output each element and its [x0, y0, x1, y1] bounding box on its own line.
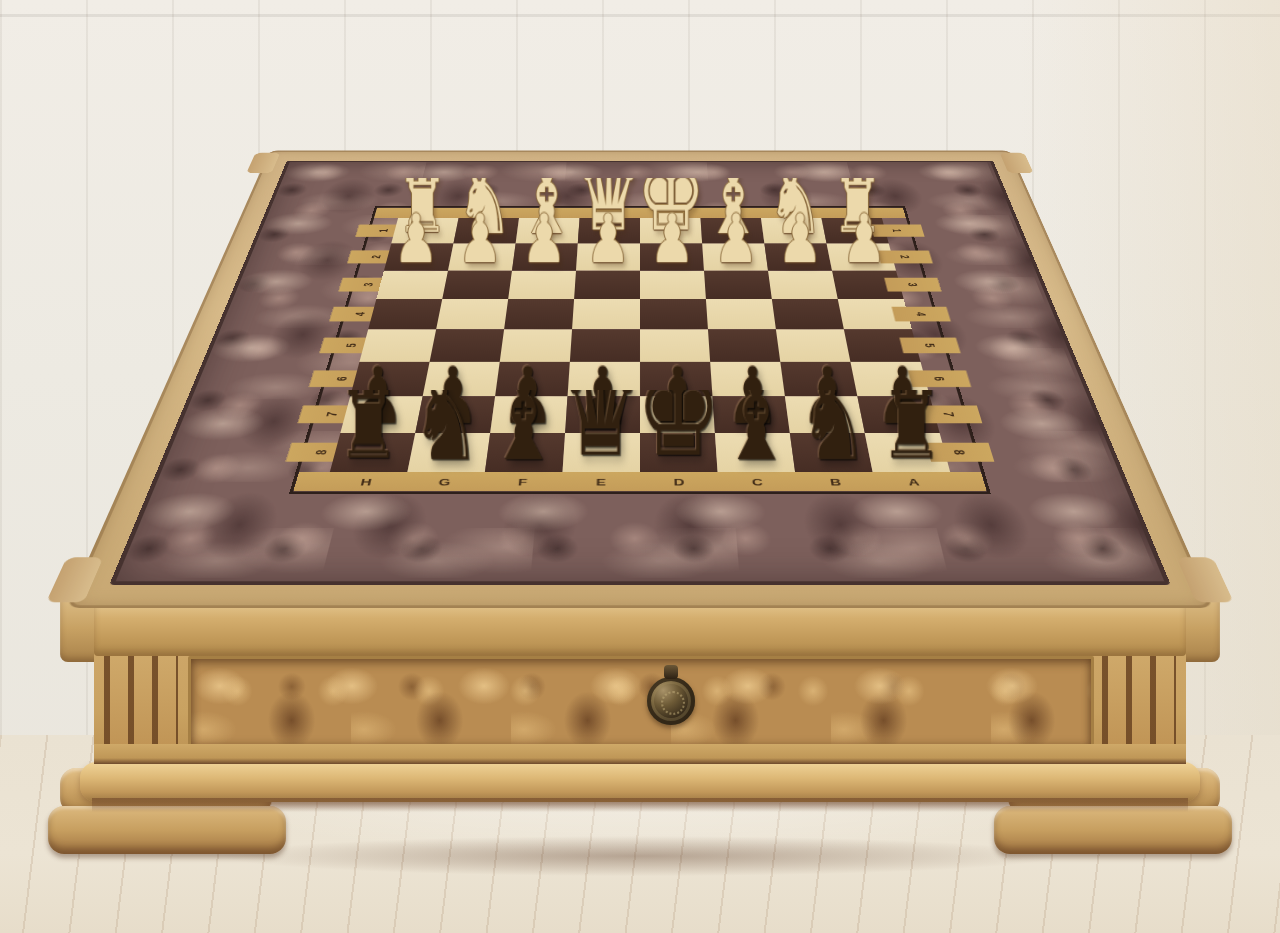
square-b4 — [772, 299, 844, 329]
square-f4 — [504, 299, 574, 329]
square-g2: ♟ — [448, 244, 516, 271]
black-queen-e8: ♛ — [564, 390, 638, 472]
left-pilaster — [104, 654, 178, 750]
board-with-coordinates: 1♜♞♝♛♚♝♞♜12♟♟♟♟♟♟♟♟2334455667♟♟♟♟♟♟♟♟78♜… — [293, 208, 986, 492]
square-e8: ♛ — [562, 433, 640, 472]
file-label-g: G — [403, 472, 484, 491]
file-label-c: C — [718, 472, 798, 491]
square-a4 — [838, 299, 912, 329]
square-a3 — [832, 271, 904, 300]
file-label-e: E — [561, 472, 640, 491]
black-rook-h8: ♜ — [332, 390, 406, 472]
square-b2: ♟ — [764, 244, 832, 271]
square-d3 — [640, 271, 706, 300]
coordinate-strip — [950, 472, 986, 491]
base-moulding — [80, 762, 1200, 802]
square-h3 — [376, 271, 448, 300]
square-e3 — [574, 271, 640, 300]
square-h4 — [368, 299, 442, 329]
white-pawn-f2: ♟ — [514, 203, 575, 270]
black-knight-b8: ♞ — [797, 390, 871, 472]
square-b8: ♞ — [790, 433, 873, 472]
file-label-h: H — [325, 472, 408, 491]
carved-acanthus-border: 1♜♞♝♛♚♝♞♜12♟♟♟♟♟♟♟♟2334455667♟♟♟♟♟♟♟♟78♜… — [109, 161, 1171, 585]
drawer-knob — [647, 677, 695, 725]
square-g3 — [442, 271, 512, 300]
square-f8: ♝ — [485, 433, 565, 472]
square-h2: ♟ — [384, 244, 453, 271]
chess-board: 1♜♞♝♛♚♝♞♜12♟♟♟♟♟♟♟♟2334455667♟♟♟♟♟♟♟♟78♜… — [293, 208, 986, 492]
square-f3 — [508, 271, 576, 300]
white-pawn-b2: ♟ — [770, 203, 831, 270]
right-pilaster — [1102, 654, 1176, 750]
square-b3 — [768, 271, 838, 300]
file-label-b: B — [795, 472, 876, 491]
drawer-front-carved-panel — [188, 656, 1094, 752]
drawer-lip — [94, 744, 1186, 764]
photo-scene: 1♜♞♝♛♚♝♞♜12♟♟♟♟♟♟♟♟2334455667♟♟♟♟♟♟♟♟78♜… — [0, 0, 1280, 933]
square-h8: ♜ — [330, 433, 415, 472]
black-knight-g8: ♞ — [409, 390, 483, 472]
square-f2: ♟ — [512, 244, 578, 271]
white-pawn-g2: ♟ — [450, 203, 511, 270]
square-d8: ♚ — [640, 433, 718, 472]
square-d2: ♟ — [640, 244, 704, 271]
square-c2: ♟ — [702, 244, 768, 271]
file-label-f: F — [482, 472, 562, 491]
square-c3 — [704, 271, 772, 300]
square-g8: ♞ — [407, 433, 490, 472]
square-a8: ♜ — [865, 433, 950, 472]
square-e2: ♟ — [576, 244, 640, 271]
square-g4 — [436, 299, 508, 329]
white-pawn-a2: ♟ — [834, 203, 895, 270]
square-d4 — [640, 299, 708, 329]
white-pawn-h2: ♟ — [386, 203, 447, 270]
rank-label-right-3: 3 — [884, 278, 941, 292]
white-pawn-e2: ♟ — [578, 203, 639, 270]
black-king-d8: ♚ — [642, 390, 716, 472]
black-rook-a8: ♜ — [875, 390, 949, 472]
square-e4 — [572, 299, 640, 329]
base-shadow-line — [92, 798, 1188, 812]
white-pawn-c2: ♟ — [706, 203, 767, 270]
casket-front — [94, 650, 1186, 754]
square-c8: ♝ — [715, 433, 795, 472]
white-pawn-d2: ♟ — [642, 203, 703, 270]
square-a2: ♟ — [827, 244, 896, 271]
black-bishop-f8: ♝ — [487, 390, 561, 472]
rank-label-right-4: 4 — [892, 307, 951, 322]
file-label-a: A — [873, 472, 956, 491]
square-c4 — [706, 299, 776, 329]
black-bishop-c8: ♝ — [719, 390, 793, 472]
file-label-d: D — [640, 472, 719, 491]
